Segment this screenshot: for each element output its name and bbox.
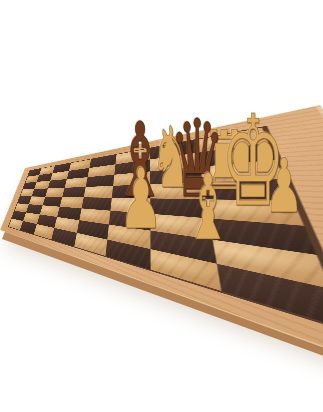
board-grid [9,128,323,330]
board-square[interactable] [112,184,150,198]
board-square[interactable] [62,187,85,197]
board-square[interactable] [45,188,64,197]
chess-board [0,105,323,412]
board-square[interactable] [84,186,113,198]
board-trim [8,126,323,336]
board-square[interactable] [203,179,293,201]
chess-product-photo: ♝♟♞♛♝♜♚♟ [0,0,323,412]
board-square[interactable] [65,177,88,188]
board-square[interactable] [150,182,206,199]
board-square[interactable] [34,224,55,239]
